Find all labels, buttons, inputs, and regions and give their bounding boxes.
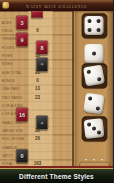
row-separator [0,143,73,144]
app-title: Yatzy Dice Challenge [26,3,87,9]
score-value: 0 [28,78,47,83]
roll-dot [85,158,88,161]
score-value: 22 [28,70,47,75]
die-pip [97,77,102,82]
row-separator [0,151,73,152]
score-tile-threes[interactable]: 9 [16,32,28,46]
tile-value: ✦ [40,120,44,126]
die-pip [88,96,93,101]
caption-bar: Different Theme Styles [0,168,113,183]
row-separator [0,18,73,19]
score-value: 6 [28,28,47,33]
tile-value: 8 [40,45,43,51]
score-value: 25 [28,128,47,133]
score-value: 26 [28,137,47,142]
die-pip [87,19,91,23]
die-pip [86,69,91,74]
die-pip [87,122,91,126]
die-5-value-3[interactable] [84,118,105,139]
row-label-bonus: Bonus [2,79,28,83]
row-label-one-pair: One Pair [2,87,28,91]
die-pip [97,28,101,32]
tile-partial [31,11,43,18]
row-separator [0,76,73,77]
score-value: 13 [28,87,47,92]
row-separator [0,26,73,27]
tile-value: 3 [20,20,23,26]
screenshot-viewport: Yatzy Dice Challenge Aces3Twos6Threes9Fo… [0,0,113,183]
row-label-large-str-: Large Str. [2,129,28,133]
die-3-value-2[interactable] [83,64,105,86]
score-sheet: Aces3Twos6Threes9Fours8Fives15Sixes✦Sub … [0,11,73,168]
die-pip [96,106,101,111]
game-stage: Yatzy Dice Challenge Aces3Twos6Threes9Fo… [0,0,113,183]
die-logo-icon [3,2,10,9]
row-label-fours: Fours [2,45,28,49]
die-1-value-4[interactable] [85,16,104,35]
caption-text: Different Theme Styles [19,173,94,181]
roll-dot [101,158,104,161]
row-separator [0,101,73,102]
row-label-two-pairs: Two Pairs [2,95,28,99]
row-separator [0,35,73,36]
die-pip [92,52,96,56]
score-tile-aces[interactable]: 3 [16,16,28,30]
row-label-sub-total: Sub Total [2,70,28,74]
die-pip [92,126,96,130]
row-separator [0,126,73,127]
row-label-small-str-: Small Str. [2,120,28,124]
scratch-tile-yatzy[interactable]: 0 [16,149,28,163]
row-label-sixes: Sixes [2,62,28,66]
row-separator [0,51,73,52]
row-separator [0,93,73,94]
tile-value: 9 [20,36,23,42]
score-value: 23 [28,95,47,100]
row-label-fives: Fives [2,54,28,58]
row-label-full-house: Full House [2,137,28,141]
row-separator [0,68,73,69]
die-pip [87,28,91,32]
die-pip [97,19,101,23]
tile-value: 0 [20,153,23,159]
tile-value: ✦ [40,62,44,68]
die-pip [97,130,101,134]
die-4-value-2[interactable] [83,93,104,114]
score-tile-4-of-a-kind[interactable]: 16 [16,107,28,121]
die-2-value-1[interactable] [85,44,104,63]
title-bar: Yatzy Dice Challenge [0,0,113,12]
dice-tray: Roll [75,11,114,168]
row-separator [0,110,73,111]
roll-dot [93,158,96,161]
tile-value: 16 [19,111,25,117]
